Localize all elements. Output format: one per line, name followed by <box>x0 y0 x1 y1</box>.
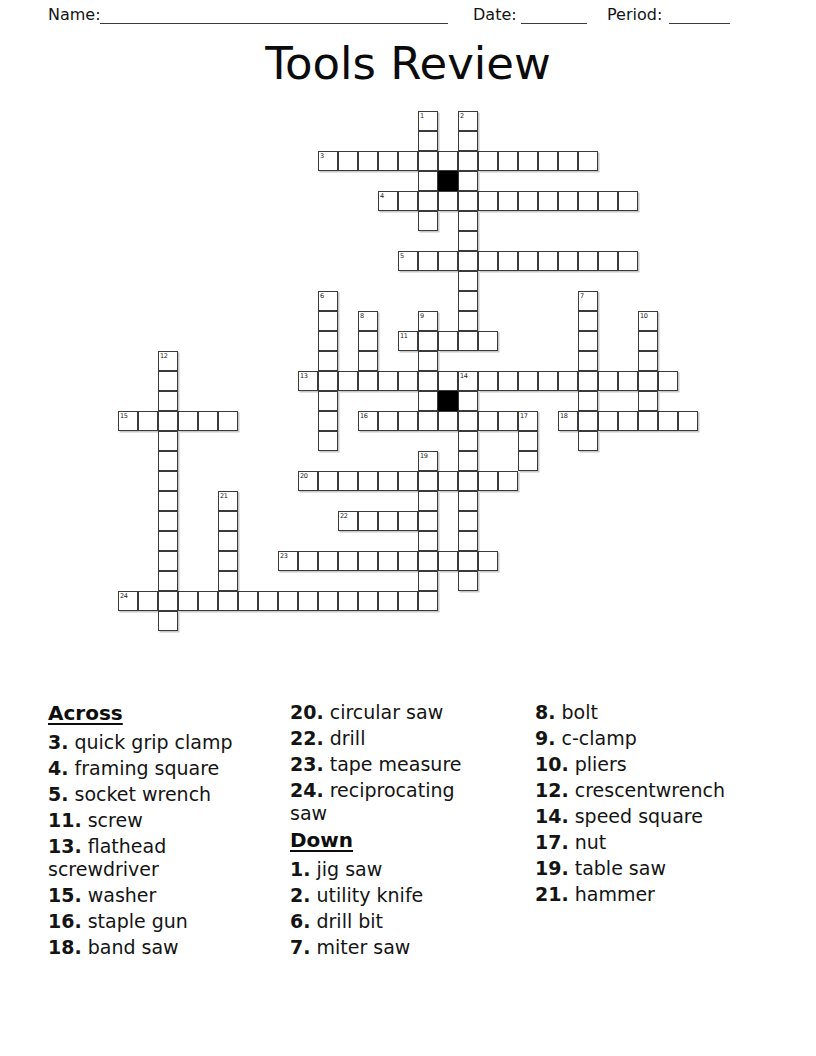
clue-20: 20. circular saw <box>290 701 495 724</box>
clue-24: 24. reciprocating saw <box>290 779 495 825</box>
grid-cell[interactable] <box>458 511 478 531</box>
grid-cell[interactable] <box>458 231 478 251</box>
grid-cell[interactable] <box>458 391 478 411</box>
date-blank-line[interactable] <box>521 23 587 24</box>
grid-cell[interactable] <box>538 371 558 391</box>
grid-cell[interactable] <box>218 511 238 531</box>
grid-cell[interactable] <box>578 351 598 371</box>
grid-cell[interactable] <box>478 411 498 431</box>
grid-cell[interactable] <box>578 151 598 171</box>
grid-cell[interactable] <box>458 211 478 231</box>
worksheet-page: Name: Date: Period: Tools Review 1234567… <box>0 0 816 1056</box>
cell-number: 20 <box>300 472 308 480</box>
cell-number: 22 <box>340 512 348 520</box>
cell-number: 15 <box>120 412 128 420</box>
grid-cell[interactable] <box>378 411 398 431</box>
grid-cell[interactable]: 8 <box>358 311 378 331</box>
grid-cell[interactable] <box>318 551 338 571</box>
cell-number: 16 <box>360 412 368 420</box>
grid-cell[interactable] <box>378 371 398 391</box>
grid-cell[interactable] <box>258 591 278 611</box>
grid-cell[interactable] <box>198 411 218 431</box>
grid-cell[interactable] <box>298 551 318 571</box>
grid-cell[interactable] <box>158 531 178 551</box>
grid-cell[interactable] <box>418 411 438 431</box>
grid-cell[interactable] <box>218 411 238 431</box>
grid-cell[interactable] <box>638 411 658 431</box>
grid-cell[interactable] <box>158 591 178 611</box>
grid-cell[interactable] <box>458 331 478 351</box>
grid-cell[interactable] <box>438 191 458 211</box>
grid-cell[interactable] <box>598 191 618 211</box>
grid-cell[interactable] <box>418 371 438 391</box>
clue-19: 19. table saw <box>535 857 780 880</box>
grid-cell[interactable] <box>458 151 478 171</box>
grid-cell[interactable] <box>338 371 358 391</box>
grid-cell[interactable] <box>498 411 518 431</box>
cell-number: 1 <box>420 112 424 120</box>
grid-cell[interactable] <box>418 191 438 211</box>
clue-12: 12. crescentwrench <box>535 779 780 802</box>
grid-cell[interactable]: 4 <box>378 191 398 211</box>
grid-cell[interactable]: 11 <box>398 331 418 351</box>
clue-16: 16. staple gun <box>48 910 273 933</box>
grid-cell[interactable]: 18 <box>558 411 578 431</box>
grid-cell[interactable] <box>418 171 438 191</box>
grid-cell[interactable] <box>398 191 418 211</box>
grid-cell[interactable]: 9 <box>418 311 438 331</box>
clue-10: 10. pliers <box>535 753 780 776</box>
grid-cell[interactable] <box>498 151 518 171</box>
grid-cell[interactable] <box>158 571 178 591</box>
grid-cell[interactable]: 10 <box>638 311 658 331</box>
grid-cell[interactable]: 7 <box>578 291 598 311</box>
cell-number: 14 <box>460 372 468 380</box>
grid-cell[interactable] <box>458 551 478 571</box>
grid-cell[interactable] <box>458 451 478 471</box>
clue-list-header-across: Across <box>48 701 273 725</box>
grid-cell[interactable] <box>678 411 698 431</box>
grid-cell[interactable] <box>558 151 578 171</box>
grid-cell[interactable] <box>358 151 378 171</box>
clue-14: 14. speed square <box>535 805 780 828</box>
grid-cell[interactable]: 24 <box>118 591 138 611</box>
grid-cell[interactable] <box>318 471 338 491</box>
grid-cell[interactable] <box>458 491 478 511</box>
clue-7: 7. miter saw <box>290 936 495 959</box>
grid-cell[interactable] <box>518 191 538 211</box>
grid-cell[interactable] <box>418 491 438 511</box>
grid-cell[interactable]: 2 <box>458 111 478 131</box>
grid-cell[interactable] <box>558 191 578 211</box>
grid-cell[interactable] <box>318 431 338 451</box>
grid-cell[interactable] <box>638 351 658 371</box>
cell-number: 7 <box>580 292 584 300</box>
grid-cell[interactable] <box>438 151 458 171</box>
period-label: Period: <box>607 5 662 24</box>
clue-8: 8. bolt <box>535 701 780 724</box>
grid-cell[interactable] <box>358 351 378 371</box>
grid-cell[interactable] <box>458 471 478 491</box>
grid-cell[interactable] <box>518 371 538 391</box>
clue-3: 3. quick grip clamp <box>48 731 273 754</box>
grid-cell[interactable] <box>458 571 478 591</box>
grid-cell[interactable]: 17 <box>518 411 538 431</box>
grid-cell[interactable] <box>498 371 518 391</box>
grid-cell[interactable] <box>438 551 458 571</box>
clue-6: 6. drill bit <box>290 910 495 933</box>
grid-cell[interactable] <box>198 591 218 611</box>
grid-cell[interactable] <box>418 331 438 351</box>
grid-cell[interactable] <box>618 411 638 431</box>
grid-cell[interactable] <box>558 251 578 271</box>
grid-cell[interactable] <box>418 471 438 491</box>
grid-cell[interactable] <box>398 591 418 611</box>
grid-cell[interactable] <box>338 471 358 491</box>
grid-cell[interactable] <box>498 471 518 491</box>
clue-15: 15. washer <box>48 884 273 907</box>
grid-cell[interactable] <box>158 391 178 411</box>
cell-number: 5 <box>400 252 404 260</box>
cell-number: 4 <box>380 192 384 200</box>
cell-number: 24 <box>120 592 128 600</box>
grid-cell[interactable] <box>158 611 178 631</box>
clue-22: 22. drill <box>290 727 495 750</box>
cell-number: 21 <box>220 492 228 500</box>
grid-cell[interactable] <box>178 411 198 431</box>
grid-cell[interactable] <box>538 151 558 171</box>
grid-cell[interactable] <box>458 191 478 211</box>
grid-cell[interactable] <box>158 551 178 571</box>
grid-cell[interactable]: 15 <box>118 411 138 431</box>
cell-number: 6 <box>320 292 324 300</box>
grid-cell[interactable] <box>418 211 438 231</box>
crossword-grid: 123456789101112131415161718192021222324 <box>118 111 698 631</box>
puzzle-title: Tools Review <box>0 40 816 88</box>
grid-cell[interactable] <box>578 331 598 351</box>
grid-cell[interactable] <box>598 411 618 431</box>
clue-18: 18. band saw <box>48 936 273 959</box>
grid-cell[interactable] <box>618 251 638 271</box>
grid-cell[interactable] <box>298 591 318 611</box>
grid-cell[interactable] <box>638 371 658 391</box>
grid-cell[interactable] <box>418 531 438 551</box>
grid-cell[interactable] <box>158 371 178 391</box>
grid-cell[interactable]: 14 <box>458 371 478 391</box>
grid-cell[interactable] <box>458 171 478 191</box>
grid-cell[interactable] <box>138 591 158 611</box>
grid-cell[interactable] <box>398 471 418 491</box>
grid-cell[interactable] <box>218 551 238 571</box>
grid-cell[interactable] <box>398 551 418 571</box>
grid-cell[interactable] <box>438 331 458 351</box>
grid-cell[interactable] <box>458 531 478 551</box>
grid-cell[interactable] <box>338 551 358 571</box>
grid-cell[interactable] <box>338 591 358 611</box>
grid-cell[interactable] <box>458 431 478 451</box>
grid-cell[interactable] <box>318 391 338 411</box>
grid-cell[interactable] <box>318 591 338 611</box>
grid-cell[interactable] <box>218 591 238 611</box>
cell-number: 17 <box>520 412 528 420</box>
grid-cell[interactable] <box>318 331 338 351</box>
grid-cell[interactable] <box>478 551 498 571</box>
grid-cell[interactable] <box>498 251 518 271</box>
grid-cell[interactable]: 20 <box>298 471 318 491</box>
grid-cell[interactable] <box>398 511 418 531</box>
grid-cell[interactable] <box>318 411 338 431</box>
grid-cell[interactable] <box>418 351 438 371</box>
grid-cell[interactable] <box>378 511 398 531</box>
grid-cell[interactable] <box>578 431 598 451</box>
grid-cell[interactable] <box>438 371 458 391</box>
clue-13: 13. flathead screwdriver <box>48 835 273 881</box>
grid-cell[interactable] <box>478 251 498 271</box>
grid-cell[interactable]: 3 <box>318 151 338 171</box>
grid-cell[interactable] <box>478 191 498 211</box>
grid-cell[interactable] <box>478 331 498 351</box>
grid-cell[interactable] <box>358 551 378 571</box>
grid-cell[interactable]: 21 <box>218 491 238 511</box>
grid-cell[interactable] <box>398 151 418 171</box>
cell-number: 3 <box>320 152 324 160</box>
grid-cell[interactable] <box>358 471 378 491</box>
clue-23: 23. tape measure <box>290 753 495 776</box>
grid-cell[interactable] <box>658 411 678 431</box>
grid-cell[interactable] <box>578 191 598 211</box>
grid-cell[interactable] <box>418 251 438 271</box>
grid-cell[interactable] <box>458 411 478 431</box>
grid-cell[interactable] <box>318 351 338 371</box>
grid-cell[interactable] <box>318 311 338 331</box>
grid-cell[interactable] <box>238 591 258 611</box>
cell-number: 23 <box>280 552 288 560</box>
grid-cell[interactable] <box>378 551 398 571</box>
black-cell <box>438 391 458 411</box>
grid-cell[interactable] <box>518 431 538 451</box>
grid-cell[interactable] <box>578 311 598 331</box>
grid-cell[interactable] <box>558 371 578 391</box>
name-label: Name: <box>48 5 101 24</box>
grid-cell[interactable] <box>378 471 398 491</box>
grid-cell[interactable] <box>658 371 678 391</box>
grid-cell[interactable] <box>578 251 598 271</box>
grid-cell[interactable] <box>578 411 598 431</box>
grid-cell[interactable] <box>158 411 178 431</box>
grid-cell[interactable] <box>458 291 478 311</box>
cell-number: 8 <box>360 312 364 320</box>
clue-2: 2. utility knife <box>290 884 495 907</box>
grid-cell[interactable]: 16 <box>358 411 378 431</box>
cell-number: 19 <box>420 452 428 460</box>
clue-21: 21. hammer <box>535 883 780 906</box>
clue-list-header-down: Down <box>290 828 495 852</box>
grid-cell[interactable] <box>458 271 478 291</box>
grid-cell[interactable] <box>438 251 458 271</box>
date-label: Date: <box>473 5 517 24</box>
name-blank-line[interactable] <box>100 23 448 24</box>
grid-cell[interactable] <box>358 371 378 391</box>
grid-cell[interactable] <box>518 151 538 171</box>
grid-cell[interactable]: 22 <box>338 511 358 531</box>
grid-cell[interactable] <box>518 451 538 471</box>
clues-column-across-down: 20. circular saw22. drill23. tape measur… <box>290 701 495 962</box>
grid-cell[interactable] <box>458 131 478 151</box>
grid-cell[interactable]: 12 <box>158 351 178 371</box>
grid-cell[interactable] <box>318 371 338 391</box>
grid-cell[interactable] <box>158 471 178 491</box>
clue-5: 5. socket wrench <box>48 783 273 806</box>
grid-cell[interactable]: 1 <box>418 111 438 131</box>
period-blank-line[interactable] <box>669 23 730 24</box>
clue-17: 17. nut <box>535 831 780 854</box>
clues-column-down: 8. bolt9. c-clamp10. pliers12. crescentw… <box>535 701 780 909</box>
grid-cell[interactable] <box>578 371 598 391</box>
grid-cell[interactable] <box>338 151 358 171</box>
cell-number: 11 <box>400 332 408 340</box>
cell-number: 13 <box>300 372 308 380</box>
grid-cell[interactable] <box>158 451 178 471</box>
grid-cell[interactable]: 6 <box>318 291 338 311</box>
grid-cell[interactable] <box>418 131 438 151</box>
grid-cell[interactable] <box>518 251 538 271</box>
cell-number: 12 <box>160 352 168 360</box>
clue-4: 4. framing square <box>48 757 273 780</box>
grid-cell[interactable] <box>478 371 498 391</box>
grid-cell[interactable] <box>598 251 618 271</box>
grid-cell[interactable] <box>478 471 498 491</box>
grid-cell[interactable] <box>398 371 418 391</box>
grid-cell[interactable] <box>418 151 438 171</box>
grid-cell[interactable] <box>378 151 398 171</box>
grid-cell[interactable] <box>218 531 238 551</box>
clue-9: 9. c-clamp <box>535 727 780 750</box>
cell-number: 9 <box>420 312 424 320</box>
grid-cell[interactable]: 23 <box>278 551 298 571</box>
grid-cell[interactable] <box>538 251 558 271</box>
grid-cell[interactable] <box>138 411 158 431</box>
black-cell <box>438 171 458 191</box>
grid-cell[interactable] <box>358 331 378 351</box>
clue-11: 11. screw <box>48 809 273 832</box>
grid-cell[interactable]: 19 <box>418 451 438 471</box>
grid-cell[interactable] <box>158 511 178 531</box>
grid-cell[interactable] <box>158 431 178 451</box>
grid-cell[interactable] <box>398 411 418 431</box>
grid-cell[interactable] <box>498 191 518 211</box>
cell-number: 18 <box>560 412 568 420</box>
grid-cell[interactable] <box>578 391 598 411</box>
grid-cell[interactable] <box>478 151 498 171</box>
grid-cell[interactable] <box>418 551 438 571</box>
grid-cell[interactable] <box>358 511 378 531</box>
grid-cell[interactable] <box>598 371 618 391</box>
grid-cell[interactable] <box>218 571 238 591</box>
cell-number: 10 <box>640 312 648 320</box>
grid-cell[interactable] <box>618 191 638 211</box>
grid-cell[interactable] <box>538 191 558 211</box>
grid-cell[interactable] <box>418 391 438 411</box>
grid-cell[interactable] <box>418 511 438 531</box>
grid-cell[interactable] <box>638 391 658 411</box>
grid-cell[interactable] <box>438 411 458 431</box>
clue-1: 1. jig saw <box>290 858 495 881</box>
grid-cell[interactable] <box>458 251 478 271</box>
grid-cell[interactable] <box>278 591 298 611</box>
grid-cell[interactable] <box>458 311 478 331</box>
grid-cell[interactable]: 5 <box>398 251 418 271</box>
grid-cell[interactable] <box>418 591 438 611</box>
grid-cell[interactable] <box>638 331 658 351</box>
grid-cell[interactable] <box>358 591 378 611</box>
grid-cell[interactable] <box>418 571 438 591</box>
grid-cell[interactable] <box>178 591 198 611</box>
cell-number: 2 <box>460 112 464 120</box>
clues-column-across: Across3. quick grip clamp4. framing squa… <box>48 701 273 962</box>
grid-cell[interactable] <box>158 491 178 511</box>
grid-cell[interactable] <box>378 591 398 611</box>
grid-cell[interactable]: 13 <box>298 371 318 391</box>
grid-cell[interactable] <box>438 471 458 491</box>
grid-cell[interactable] <box>618 371 638 391</box>
